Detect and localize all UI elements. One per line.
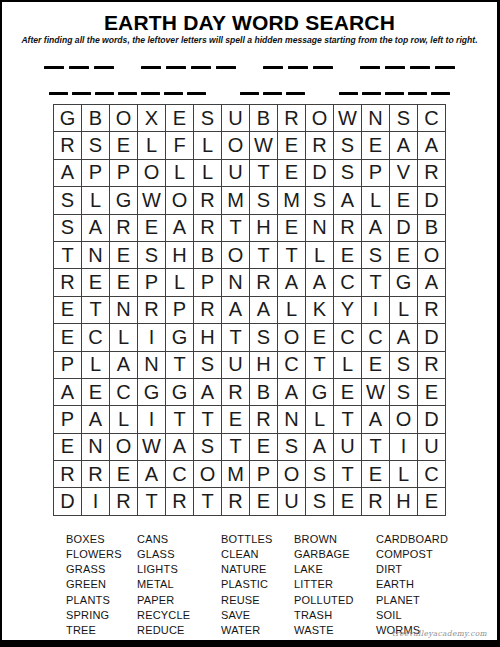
grid-cell-r7c2: E	[82, 269, 110, 296]
grid-cell-r9c7: T	[222, 324, 250, 351]
grid-cell-r14c12: E	[362, 461, 390, 488]
grid-cell-r11c10: G	[306, 379, 334, 406]
word-list-column-4: BROWNGARBAGELAKELITTERPOLLUTEDTRASHWASTE	[294, 532, 376, 638]
grid-cell-r12c4: I	[138, 406, 166, 433]
grid-cell-r6c7: O	[222, 242, 250, 269]
answer-blank-letter	[118, 92, 137, 95]
grid-cell-r12c5: T	[166, 406, 194, 433]
word-grid: GBOXESUBROWNSCRSELFLOWERSEAAAPPOLLUTEDSP…	[53, 104, 446, 516]
grid-cell-r9c1: E	[54, 324, 82, 351]
word-item: CLEAN	[221, 547, 294, 562]
grid-cell-r7c7: N	[222, 269, 250, 296]
grid-cell-r1c13: S	[390, 105, 418, 132]
answer-blank-letter	[263, 92, 282, 95]
grid-cell-r9c12: C	[362, 324, 390, 351]
grid-cell-r15c9: U	[278, 488, 306, 515]
grid-cell-r2c10: R	[306, 132, 334, 159]
grid-cell-r8c4: R	[138, 297, 166, 324]
grid-cell-r12c14: D	[418, 406, 446, 433]
grid-cell-r1c9: R	[278, 105, 306, 132]
grid-cell-r9c10: E	[306, 324, 334, 351]
grid-cell-r3c3: P	[110, 160, 138, 187]
answer-blank-word	[141, 66, 236, 69]
grid-cell-r7c1: R	[54, 269, 82, 296]
answer-blank-letter	[263, 66, 283, 69]
grid-cell-r11c2: E	[82, 379, 110, 406]
grid-cell-r11c4: G	[138, 379, 166, 406]
grid-cell-r15c13: H	[390, 488, 418, 515]
grid-cell-r3c1: A	[54, 160, 82, 187]
grid-cell-r11c8: B	[250, 379, 278, 406]
grid-cell-r12c1: P	[54, 406, 82, 433]
watermark: treevalleyacademy.com	[392, 629, 487, 638]
grid-cell-r5c5: A	[166, 215, 194, 242]
word-item: GLASS	[137, 547, 221, 562]
grid-cell-r10c14: R	[418, 352, 446, 379]
grid-cell-r5c14: B	[418, 215, 446, 242]
grid-cell-r5c3: R	[110, 215, 138, 242]
grid-cell-r6c3: E	[110, 242, 138, 269]
grid-cell-r12c12: A	[362, 406, 390, 433]
grid-cell-r15c4: T	[138, 488, 166, 515]
answer-blank-letter	[187, 92, 206, 95]
grid-cell-r8c14: R	[418, 297, 446, 324]
grid-cell-r10c10: T	[306, 352, 334, 379]
grid-cell-r1c4: X	[138, 105, 166, 132]
grid-cell-r15c8: E	[250, 488, 278, 515]
grid-cell-r10c13: S	[390, 352, 418, 379]
grid-cell-r6c8: T	[250, 242, 278, 269]
grid-cell-r1c1: G	[54, 105, 82, 132]
grid-cell-r6c1: T	[54, 242, 82, 269]
grid-cell-r5c6: R	[194, 215, 222, 242]
word-item: EARTH	[376, 577, 448, 592]
grid-cell-r1c7: U	[222, 105, 250, 132]
grid-cell-r6c12: S	[362, 242, 390, 269]
grid-cell-r10c3: A	[110, 352, 138, 379]
word-item: POLLUTED	[294, 593, 376, 608]
word-item: LIGHTS	[137, 562, 221, 577]
grid-cell-r4c6: R	[194, 187, 222, 214]
grid-cell-r9c4: I	[138, 324, 166, 351]
grid-cell-r3c10: D	[306, 160, 334, 187]
grid-cell-r13c3: O	[110, 434, 138, 461]
grid-cell-r14c5: C	[166, 461, 194, 488]
grid-cell-r4c11: A	[334, 187, 362, 214]
grid-cell-r14c7: M	[222, 461, 250, 488]
grid-cell-r7c4: P	[138, 269, 166, 296]
grid-cell-r9c2: C	[82, 324, 110, 351]
grid-cell-r15c14: E	[418, 488, 446, 515]
grid-cell-r6c13: E	[390, 242, 418, 269]
grid-cell-r14c11: T	[334, 461, 362, 488]
grid-cell-r2c5: F	[166, 132, 194, 159]
grid-cell-r5c10: N	[306, 215, 334, 242]
grid-cell-r8c11: Y	[334, 297, 362, 324]
word-item: CARDBOARD	[376, 532, 448, 547]
grid-cell-r9c8: S	[250, 324, 278, 351]
grid-cell-r15c2: I	[82, 488, 110, 515]
word-item: SPRING	[66, 608, 137, 623]
word-item: REUSE	[221, 593, 294, 608]
grid-cell-r1c11: W	[334, 105, 362, 132]
grid-cell-r13c10: A	[306, 434, 334, 461]
grid-cell-r12c9: N	[278, 406, 306, 433]
word-item: COMPOST	[376, 547, 448, 562]
grid-cell-r9c5: G	[166, 324, 194, 351]
grid-cell-r8c7: A	[222, 297, 250, 324]
grid-cell-r9c6: H	[194, 324, 222, 351]
grid-cell-r5c11: R	[334, 215, 362, 242]
grid-cell-r13c13: I	[390, 434, 418, 461]
grid-cell-r12c13: O	[390, 406, 418, 433]
grid-cell-r1c5: E	[166, 105, 194, 132]
grid-cell-r13c11: U	[334, 434, 362, 461]
grid-cell-r10c2: L	[82, 352, 110, 379]
grid-cell-r6c9: T	[278, 242, 306, 269]
grid-cell-r1c6: S	[194, 105, 222, 132]
grid-cell-r4c12: L	[362, 187, 390, 214]
grid-cell-r11c1: A	[54, 379, 82, 406]
grid-cell-r7c12: T	[362, 269, 390, 296]
grid-cell-r4c14: D	[418, 187, 446, 214]
grid-cell-r5c9: E	[278, 215, 306, 242]
word-item: REDUCE	[137, 623, 221, 638]
answer-blank-letter	[94, 66, 114, 69]
grid-cell-r2c14: A	[418, 132, 446, 159]
grid-cell-r6c2: N	[82, 242, 110, 269]
grid-cell-r3c6: L	[194, 160, 222, 187]
grid-cell-r5c7: T	[222, 215, 250, 242]
word-list-column-1: BOXESFLOWERSGRASSGREENPLANTSSPRINGTREE	[66, 532, 137, 638]
grid-cell-r11c7: R	[222, 379, 250, 406]
grid-cell-r14c2: R	[82, 461, 110, 488]
answer-blank-letter	[49, 92, 68, 95]
grid-cell-r1c2: B	[82, 105, 110, 132]
grid-cell-r2c7: O	[222, 132, 250, 159]
word-item: TRASH	[294, 608, 376, 623]
worksheet-page: EARTH DAY WORD SEARCH After finding all …	[0, 0, 500, 647]
grid-cell-r10c6: S	[194, 352, 222, 379]
answer-blank-letter	[339, 92, 358, 95]
word-item: PLANTS	[66, 593, 137, 608]
grid-cell-r8c9: L	[278, 297, 306, 324]
grid-cell-r1c10: O	[306, 105, 334, 132]
grid-cell-r13c12: T	[362, 434, 390, 461]
grid-cell-r4c10: S	[306, 187, 334, 214]
word-item: DIRT	[376, 562, 448, 577]
grid-cell-r10c1: P	[54, 352, 82, 379]
grid-cell-r4c13: E	[390, 187, 418, 214]
grid-cell-r6c11: E	[334, 242, 362, 269]
grid-cell-r6c4: S	[138, 242, 166, 269]
grid-cell-r10c7: U	[222, 352, 250, 379]
grid-cell-r8c2: T	[82, 297, 110, 324]
answer-blank-letter	[431, 92, 450, 95]
grid-cell-r4c7: M	[222, 187, 250, 214]
answer-blank-word	[339, 92, 450, 95]
grid-cell-r14c13: L	[390, 461, 418, 488]
grid-cell-r12c7: E	[222, 406, 250, 433]
grid-cell-r2c13: A	[390, 132, 418, 159]
grid-cell-r12c8: R	[250, 406, 278, 433]
grid-cell-r3c13: V	[390, 160, 418, 187]
grid-cell-r8c10: K	[306, 297, 334, 324]
grid-cell-r3c9: E	[278, 160, 306, 187]
grid-cell-r4c4: W	[138, 187, 166, 214]
grid-cell-r2c8: W	[250, 132, 278, 159]
grid-cell-r6c6: B	[194, 242, 222, 269]
answer-blank-word	[263, 66, 333, 69]
answer-blank-word	[360, 66, 455, 69]
grid-cell-r14c4: A	[138, 461, 166, 488]
word-item: BOTTLES	[221, 532, 294, 547]
grid-cell-r7c13: G	[390, 269, 418, 296]
answer-blank-word	[240, 92, 305, 95]
grid-cell-r2c12: E	[362, 132, 390, 159]
answer-blank-letter	[408, 92, 427, 95]
grid-cell-r10c12: E	[362, 352, 390, 379]
word-item: BROWN	[294, 532, 376, 547]
word-item: SOIL	[376, 608, 448, 623]
word-list-column-2: CANSGLASSLIGHTSMETALPAPERRECYCLEREDUCE	[137, 532, 221, 638]
grid-cell-r1c8: B	[250, 105, 278, 132]
grid-cell-r3c4: O	[138, 160, 166, 187]
grid-cell-r11c3: C	[110, 379, 138, 406]
grid-cell-r4c2: L	[82, 187, 110, 214]
grid-cell-r4c9: M	[278, 187, 306, 214]
grid-cell-r15c3: R	[110, 488, 138, 515]
grid-cell-r14c1: R	[54, 461, 82, 488]
grid-cell-r12c6: T	[194, 406, 222, 433]
grid-cell-r15c6: T	[194, 488, 222, 515]
grid-cell-r2c6: L	[194, 132, 222, 159]
grid-cell-r9c14: D	[418, 324, 446, 351]
grid-cell-r15c11: E	[334, 488, 362, 515]
word-list-column-3: BOTTLESCLEANNATUREPLASTICREUSESAVEWATER	[221, 532, 294, 638]
word-item: WATER	[221, 623, 294, 638]
hidden-message-line-2	[2, 92, 497, 95]
grid-cell-r3c7: U	[222, 160, 250, 187]
answer-blank-letter	[95, 92, 114, 95]
page-subtitle: After finding all the words, the leftove…	[2, 35, 497, 46]
grid-cell-r2c9: E	[278, 132, 306, 159]
grid-cell-r14c3: E	[110, 461, 138, 488]
answer-blank-letter	[362, 92, 381, 95]
answer-blank-letter	[164, 92, 183, 95]
grid-cell-r11c12: W	[362, 379, 390, 406]
grid-cell-r5c1: S	[54, 215, 82, 242]
answer-blank-word	[44, 66, 114, 69]
grid-cell-r3c2: P	[82, 160, 110, 187]
grid-cell-r7c10: A	[306, 269, 334, 296]
answer-blank-letter	[240, 92, 259, 95]
word-item: NATURE	[221, 562, 294, 577]
grid-cell-r7c5: L	[166, 269, 194, 296]
grid-cell-r1c3: O	[110, 105, 138, 132]
word-item: GARBAGE	[294, 547, 376, 562]
grid-cell-r14c8: P	[250, 461, 278, 488]
grid-cell-r11c6: A	[194, 379, 222, 406]
grid-cell-r8c5: P	[166, 297, 194, 324]
word-item: BOXES	[66, 532, 137, 547]
word-item: METAL	[137, 577, 221, 592]
grid-cell-r13c9: S	[278, 434, 306, 461]
grid-cell-r5c8: H	[250, 215, 278, 242]
word-item: TREE	[66, 623, 137, 638]
answer-blank-letter	[410, 66, 430, 69]
word-item: PLANET	[376, 593, 448, 608]
grid-cell-r10c4: N	[138, 352, 166, 379]
grid-cell-r1c12: N	[362, 105, 390, 132]
grid-cell-r4c8: S	[250, 187, 278, 214]
grid-cell-r5c2: A	[82, 215, 110, 242]
answer-blank-letter	[69, 66, 89, 69]
grid-cell-r10c5: T	[166, 352, 194, 379]
grid-cell-r14c6: O	[194, 461, 222, 488]
grid-cell-r4c3: G	[110, 187, 138, 214]
page-title: EARTH DAY WORD SEARCH	[2, 11, 497, 35]
grid-cell-r7c9: A	[278, 269, 306, 296]
grid-cell-r4c5: O	[166, 187, 194, 214]
grid-cell-r13c2: N	[82, 434, 110, 461]
grid-cell-r14c9: O	[278, 461, 306, 488]
grid-cell-r9c11: C	[334, 324, 362, 351]
grid-cell-r12c2: A	[82, 406, 110, 433]
grid-cell-r2c2: S	[82, 132, 110, 159]
grid-cell-r14c14: C	[418, 461, 446, 488]
grid-cell-r13c7: T	[222, 434, 250, 461]
word-list: BOXESFLOWERSGRASSGREENPLANTSSPRINGTREECA…	[66, 532, 497, 638]
grid-cell-r10c11: L	[334, 352, 362, 379]
answer-blank-letter	[385, 92, 404, 95]
grid-cell-r7c14: A	[418, 269, 446, 296]
word-item: LITTER	[294, 577, 376, 592]
word-item: CANS	[137, 532, 221, 547]
grid-cell-r13c8: E	[250, 434, 278, 461]
grid-cell-r2c4: L	[138, 132, 166, 159]
grid-cell-r15c5: R	[166, 488, 194, 515]
hidden-message-line-1	[2, 66, 497, 69]
word-item: SAVE	[221, 608, 294, 623]
word-list-column-5: CARDBOARDCOMPOSTDIRTEARTHPLANETSOILWORMS	[376, 532, 448, 638]
grid-cell-r6c5: H	[166, 242, 194, 269]
grid-cell-r5c13: D	[390, 215, 418, 242]
grid-cell-r8c13: L	[390, 297, 418, 324]
grid-cell-r15c7: R	[222, 488, 250, 515]
answer-blank-letter	[141, 66, 161, 69]
grid-cell-r3c14: R	[418, 160, 446, 187]
grid-cell-r13c4: W	[138, 434, 166, 461]
word-item: RECYCLE	[137, 608, 221, 623]
answer-blank-letter	[216, 66, 236, 69]
grid-cell-r8c8: A	[250, 297, 278, 324]
answer-blank-letter	[191, 66, 211, 69]
grid-cell-r7c11: C	[334, 269, 362, 296]
answer-blank-letter	[72, 92, 91, 95]
answer-blank-letter	[286, 92, 305, 95]
grid-cell-r6c10: L	[306, 242, 334, 269]
grid-cell-r12c10: L	[306, 406, 334, 433]
grid-cell-r12c3: L	[110, 406, 138, 433]
grid-cell-r15c1: D	[54, 488, 82, 515]
grid-cell-r11c13: S	[390, 379, 418, 406]
grid-cell-r8c12: I	[362, 297, 390, 324]
grid-cell-r8c1: E	[54, 297, 82, 324]
word-item: GRASS	[66, 562, 137, 577]
answer-blank-letter	[166, 66, 186, 69]
grid-cell-r13c14: U	[418, 434, 446, 461]
word-item: PLASTIC	[221, 577, 294, 592]
grid-cell-r2c11: S	[334, 132, 362, 159]
grid-cell-r13c6: S	[194, 434, 222, 461]
grid-cell-r15c10: S	[306, 488, 334, 515]
grid-cell-r3c12: P	[362, 160, 390, 187]
grid-cell-r11c5: G	[166, 379, 194, 406]
grid-cell-r7c8: R	[250, 269, 278, 296]
word-item: WASTE	[294, 623, 376, 638]
grid-cell-r3c8: T	[250, 160, 278, 187]
grid-cell-r8c6: R	[194, 297, 222, 324]
grid-cell-r7c6: P	[194, 269, 222, 296]
grid-cell-r5c12: A	[362, 215, 390, 242]
grid-cell-r11c9: A	[278, 379, 306, 406]
grid-cell-r2c3: E	[110, 132, 138, 159]
word-item: LAKE	[294, 562, 376, 577]
grid-cell-r9c9: O	[278, 324, 306, 351]
answer-blank-letter	[435, 66, 455, 69]
grid-cell-r9c3: L	[110, 324, 138, 351]
answer-blank-letter	[313, 66, 333, 69]
grid-cell-r12c11: T	[334, 406, 362, 433]
answer-blank-letter	[44, 66, 64, 69]
grid-cell-r3c11: S	[334, 160, 362, 187]
word-item: PAPER	[137, 593, 221, 608]
answer-blank-letter	[288, 66, 308, 69]
grid-cell-r2c1: R	[54, 132, 82, 159]
answer-blank-word	[49, 92, 206, 95]
grid-cell-r14c10: S	[306, 461, 334, 488]
grid-cell-r7c3: E	[110, 269, 138, 296]
grid-cell-r11c11: E	[334, 379, 362, 406]
grid-cell-r3c5: L	[166, 160, 194, 187]
grid-cell-r11c14: E	[418, 379, 446, 406]
grid-cell-r8c3: N	[110, 297, 138, 324]
grid-cell-r1c14: C	[418, 105, 446, 132]
grid-cell-r9c13: A	[390, 324, 418, 351]
grid-cell-r6c14: O	[418, 242, 446, 269]
answer-blank-letter	[360, 66, 380, 69]
grid-cell-r10c8: H	[250, 352, 278, 379]
grid-cell-r13c1: E	[54, 434, 82, 461]
answer-blank-letter	[141, 92, 160, 95]
grid-cell-r10c9: C	[278, 352, 306, 379]
grid-cell-r4c1: S	[54, 187, 82, 214]
word-item: GREEN	[66, 577, 137, 592]
answer-blank-letter	[385, 66, 405, 69]
grid-cell-r5c4: E	[138, 215, 166, 242]
word-item: FLOWERS	[66, 547, 137, 562]
grid-cell-r13c5: A	[166, 434, 194, 461]
grid-cell-r15c12: R	[362, 488, 390, 515]
